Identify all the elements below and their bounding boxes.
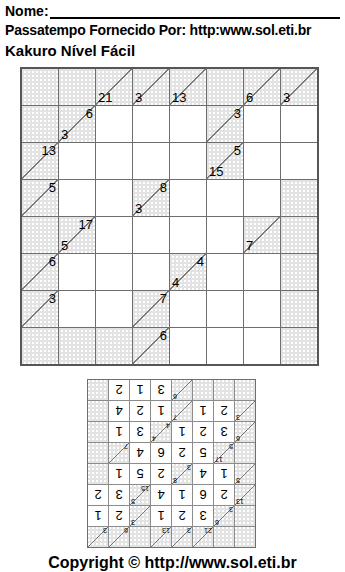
- solution-entry-cell-r8c5: 3: [151, 380, 171, 400]
- solution-clue-cell-r6c1: 6: [235, 422, 255, 442]
- clue-cell-r3c1: 13: [22, 143, 58, 179]
- clue-cell-r4c4: 83: [133, 180, 169, 216]
- entry-cell-r8c6[interactable]: [207, 328, 243, 364]
- solution-clue-cell-r1c3: 21: [193, 527, 213, 547]
- down-clue-sum-r5c7: 7: [246, 239, 253, 252]
- clue-cell-r7c1: 3: [22, 291, 58, 327]
- solution-across-clue-sum-r4c4: 8: [173, 477, 177, 484]
- solution-entry-cell-r6c3: 2: [193, 422, 213, 442]
- down-clue-sum-r2c2: 3: [61, 128, 68, 141]
- solution-down-clue-sum-r1c8: 3: [103, 527, 107, 534]
- entry-cell-r6c4[interactable]: [133, 254, 169, 290]
- block-cell-r8c3: [96, 328, 132, 364]
- entry-cell-r6c6[interactable]: [207, 254, 243, 290]
- across-clue-sum-r6c5: 4: [197, 255, 204, 268]
- solution-across-clue-sum-r2c2: 6: [215, 519, 219, 526]
- down-clue-sum-r1c7: 6: [246, 91, 253, 104]
- solution-entry-cell-r6c6: 3: [130, 422, 150, 442]
- solution-entry-cell-r4c2: 1: [214, 464, 234, 484]
- across-clue-sum-r3c6: 5: [234, 144, 241, 157]
- solution-entry-cell-r5c6: 4: [130, 443, 150, 463]
- solution-block-cell-r1c2: [214, 527, 234, 547]
- solution-entry-cell-r3c7: 3: [109, 485, 129, 505]
- solution-across-clue-sum-r3c6: 5: [131, 498, 135, 505]
- solution-entry-cell-r2c4: 2: [172, 506, 192, 526]
- across-clue-sum-r8c4: 6: [160, 329, 167, 342]
- name-line: Nome:: [5, 3, 340, 19]
- solution-clue-cell-r4c4: 83: [172, 464, 192, 484]
- clue-cell-r6c1: 6: [22, 254, 58, 290]
- kakuro-page: Nome: Passatempo Fornecido Por: http:www…: [0, 0, 345, 572]
- solution-clue-cell-r6c5: 44: [151, 422, 171, 442]
- solution-entry-cell-r4c3: 4: [193, 464, 213, 484]
- solution-across-clue-sum-r2c6: 3: [131, 519, 135, 526]
- block-cell-r8c8: [281, 328, 317, 364]
- solution-entry-cell-r7c3: 1: [193, 401, 213, 421]
- across-clue-sum-r3c1: 13: [42, 144, 56, 157]
- solution-down-clue-sum-r1c7: 6: [124, 527, 128, 534]
- block-cell-r5c8: [281, 217, 317, 253]
- block-cell-r5c1: [22, 217, 58, 253]
- solution-entry-cell-r3c8: 2: [88, 485, 108, 505]
- across-clue-sum-r7c1: 3: [49, 292, 56, 305]
- solution-block-cell-r5c1: [235, 443, 255, 463]
- entry-cell-r7c5[interactable]: [170, 291, 206, 327]
- header: Nome: Passatempo Fornecido Por: http:www…: [0, 0, 345, 59]
- clue-cell-r5c7: 7: [244, 217, 280, 253]
- across-clue-sum-r4c1: 5: [49, 181, 56, 194]
- entry-cell-r5c3[interactable]: [96, 217, 132, 253]
- solution-entry-cell-r2c7: 2: [109, 506, 129, 526]
- solution-entry-cell-r6c4: 1: [172, 422, 192, 442]
- solution-block-cell-r6c8: [88, 422, 108, 442]
- across-clue-sum-r4c4: 8: [160, 181, 167, 194]
- solution-entry-cell-r2c5: 1: [151, 506, 171, 526]
- down-clue-sum-r6c5: 4: [172, 276, 179, 289]
- solution-clue-cell-r1c8: 3: [88, 527, 108, 547]
- clue-cell-r1c7: 6: [244, 69, 280, 105]
- solution-across-clue-sum-r5c2: 17: [215, 456, 223, 463]
- block-cell-r7c8: [281, 291, 317, 327]
- entry-cell-r5c6[interactable]: [207, 217, 243, 253]
- solution-entry-cell-r8c7: 2: [109, 380, 129, 400]
- kakuro-puzzle-grid: 2131363633135155831757644376: [20, 67, 319, 366]
- down-clue-sum-r4c4: 3: [135, 202, 142, 215]
- down-clue-sum-r1c3: 21: [98, 91, 112, 104]
- across-clue-sum-r2c6: 3: [234, 107, 241, 120]
- provider-text: Passatempo Fornecido Por: http:www.sol.e…: [5, 22, 340, 38]
- entry-cell-r7c7[interactable]: [244, 291, 280, 327]
- solution-entry-cell-r6c7: 1: [109, 422, 129, 442]
- solution-entry-cell-r5c3: 5: [193, 443, 213, 463]
- block-cell-r8c1: [22, 328, 58, 364]
- solution-block-cell-r2c1: [235, 506, 255, 526]
- down-clue-sum-r5c2: 5: [61, 239, 68, 252]
- down-clue-sum-r1c8: 3: [283, 91, 290, 104]
- entry-cell-r4c2[interactable]: [59, 180, 95, 216]
- solution-down-clue-sum-r1c3: 21: [204, 527, 212, 534]
- clue-cell-r2c2: 63: [59, 106, 95, 142]
- solution-clue-cell-r1c7: 6: [109, 527, 129, 547]
- solution-block-cell-r5c8: [88, 443, 108, 463]
- entry-cell-r7c3[interactable]: [96, 291, 132, 327]
- solution-clue-cell-r2c6: 3: [130, 506, 150, 526]
- across-clue-sum-r2c2: 6: [86, 107, 93, 120]
- block-cell-r1c6: [207, 69, 243, 105]
- solution-entry-cell-r2c3: 3: [193, 506, 213, 526]
- solution-across-clue-sum-r6c5: 4: [152, 435, 156, 442]
- solution-clue-cell-r3c6: 515: [130, 485, 150, 505]
- copyright-text: Copyright © http://www.sol.eti.br: [0, 554, 345, 572]
- solution-clue-cell-r5c2: 175: [214, 443, 234, 463]
- entry-cell-r3c5[interactable]: [170, 143, 206, 179]
- entry-cell-r2c7[interactable]: [244, 106, 280, 142]
- solution-block-cell-r7c8: [88, 401, 108, 421]
- solution-across-clue-sum-r6c1: 6: [236, 435, 240, 442]
- solution-entry-cell-r4c6: 5: [130, 464, 150, 484]
- solution-entry-cell-r3c2: 2: [214, 485, 234, 505]
- across-clue-sum-r6c1: 6: [49, 255, 56, 268]
- entry-cell-r3c2[interactable]: [59, 143, 95, 179]
- solution-down-clue-sum-r1c5: 13: [162, 527, 170, 534]
- entry-cell-r7c2[interactable]: [59, 291, 95, 327]
- solution-across-clue-sum-r7c1: 3: [236, 414, 240, 421]
- clue-cell-r1c5: 13: [170, 69, 206, 105]
- solution-clue-cell-r4c1: 5: [235, 464, 255, 484]
- solution-entry-cell-r4c5: 2: [151, 464, 171, 484]
- block-cell-r1c2: [59, 69, 95, 105]
- entry-cell-r3c8[interactable]: [281, 143, 317, 179]
- entry-cell-r2c8[interactable]: [281, 106, 317, 142]
- solution-down-clue-sum-r1c4: 3: [187, 527, 191, 534]
- entry-cell-r2c4[interactable]: [133, 106, 169, 142]
- entry-cell-r3c4[interactable]: [133, 143, 169, 179]
- kakuro-solution-grid: 2131363633213211326145153251483251175526…: [87, 379, 256, 548]
- solution-entry-cell-r8c6: 1: [130, 380, 150, 400]
- solution-block-cell-r4c8: [88, 464, 108, 484]
- clue-cell-r4c1: 5: [22, 180, 58, 216]
- solution-entry-cell-r3c3: 6: [193, 485, 213, 505]
- entry-cell-r3c3[interactable]: [96, 143, 132, 179]
- clue-cell-r1c3: 21: [96, 69, 132, 105]
- solution-grid-rotated-180: 2131363633213211326145153251483251175526…: [87, 379, 256, 548]
- entry-cell-r6c2[interactable]: [59, 254, 95, 290]
- entry-cell-r3c7[interactable]: [244, 143, 280, 179]
- block-cell-r1c1: [22, 69, 58, 105]
- solution-clue-cell-r1c4: 3: [172, 527, 192, 547]
- solution-entry-cell-r3c4: 1: [172, 485, 192, 505]
- solution-clue-cell-r1c5: 13: [151, 527, 171, 547]
- solution-down-clue-sum-r3c6: 15: [141, 485, 149, 492]
- solution-across-clue-sum-r3c1: 13: [236, 498, 244, 505]
- solution-across-clue-sum-r8c4: 6: [173, 393, 177, 400]
- solution-down-clue-sum-r4c4: 3: [187, 464, 191, 471]
- entry-cell-r8c7[interactable]: [244, 328, 280, 364]
- entry-cell-r5c4[interactable]: [133, 217, 169, 253]
- solution-entry-cell-r6c2: 3: [214, 422, 234, 442]
- clue-cell-r8c4: 6: [133, 328, 169, 364]
- down-clue-sum-r3c6: 15: [209, 165, 223, 178]
- down-clue-sum-r1c4: 3: [135, 91, 142, 104]
- entry-cell-r5c5[interactable]: [170, 217, 206, 253]
- solution-clue-cell-r7c4: 7: [172, 401, 192, 421]
- solution-entry-cell-r7c6: 2: [130, 401, 150, 421]
- across-clue-sum-r5c2: 17: [79, 218, 93, 231]
- solution-entry-cell-r5c4: 2: [172, 443, 192, 463]
- solution-clue-cell-r3c1: 13: [235, 485, 255, 505]
- solution-across-clue-sum-r4c1: 5: [236, 477, 240, 484]
- block-cell-r8c2: [59, 328, 95, 364]
- solution-down-clue-sum-r2c2: 3: [229, 506, 233, 513]
- solution-clue-cell-r2c2: 63: [214, 506, 234, 526]
- solution-block-cell-r8c8: [88, 380, 108, 400]
- solution-entry-cell-r7c2: 2: [214, 401, 234, 421]
- solution-clue-cell-r8c4: 6: [172, 380, 192, 400]
- entry-cell-r8c5[interactable]: [170, 328, 206, 364]
- entry-cell-r4c7[interactable]: [244, 180, 280, 216]
- entry-cell-r4c3[interactable]: [96, 180, 132, 216]
- solution-entry-cell-r5c5: 6: [151, 443, 171, 463]
- clue-cell-r1c8: 3: [281, 69, 317, 105]
- solution-block-cell-r8c2: [214, 380, 234, 400]
- clue-cell-r1c4: 3: [133, 69, 169, 105]
- clue-cell-r2c6: 3: [207, 106, 243, 142]
- entry-cell-r4c5[interactable]: [170, 180, 206, 216]
- name-blank-input-line[interactable]: [50, 17, 340, 19]
- solution-entry-cell-r2c8: 1: [88, 506, 108, 526]
- solution-entry-cell-r4c7: 1: [109, 464, 129, 484]
- block-cell-r4c8: [281, 180, 317, 216]
- entry-cell-r7c6[interactable]: [207, 291, 243, 327]
- entry-cell-r2c3[interactable]: [96, 106, 132, 142]
- name-label: Nome:: [5, 3, 49, 19]
- across-clue-sum-r7c4: 7: [160, 292, 167, 305]
- block-cell-r2c1: [22, 106, 58, 142]
- solution-across-clue-sum-r7c4: 7: [173, 414, 177, 421]
- entry-cell-r4c6[interactable]: [207, 180, 243, 216]
- solution-block-cell-r8c1: [235, 380, 255, 400]
- solution-clue-cell-r7c1: 3: [235, 401, 255, 421]
- entry-cell-r2c5[interactable]: [170, 106, 206, 142]
- solution-entry-cell-r7c5: 1: [151, 401, 171, 421]
- down-clue-sum-r1c5: 13: [172, 91, 186, 104]
- solution-clue-cell-r5c7: 7: [109, 443, 129, 463]
- solution-down-clue-sum-r5c7: 7: [124, 443, 128, 450]
- solution-block-cell-r1c1: [235, 527, 255, 547]
- solution-down-clue-sum-r6c5: 4: [166, 422, 170, 429]
- solution-block-cell-r8c3: [193, 380, 213, 400]
- page-title: Kakuro Nível Fácil: [5, 42, 340, 59]
- solution-block-cell-r1c6: [130, 527, 150, 547]
- block-cell-r6c8: [281, 254, 317, 290]
- entry-cell-r6c7[interactable]: [244, 254, 280, 290]
- solution-down-clue-sum-r5c2: 5: [229, 443, 233, 450]
- clue-cell-r7c4: 7: [133, 291, 169, 327]
- clue-cell-r6c5: 44: [170, 254, 206, 290]
- solution-entry-cell-r7c7: 4: [109, 401, 129, 421]
- clue-cell-r5c2: 175: [59, 217, 95, 253]
- solution-entry-cell-r3c5: 4: [151, 485, 171, 505]
- entry-cell-r6c3[interactable]: [96, 254, 132, 290]
- clue-cell-r3c6: 515: [207, 143, 243, 179]
